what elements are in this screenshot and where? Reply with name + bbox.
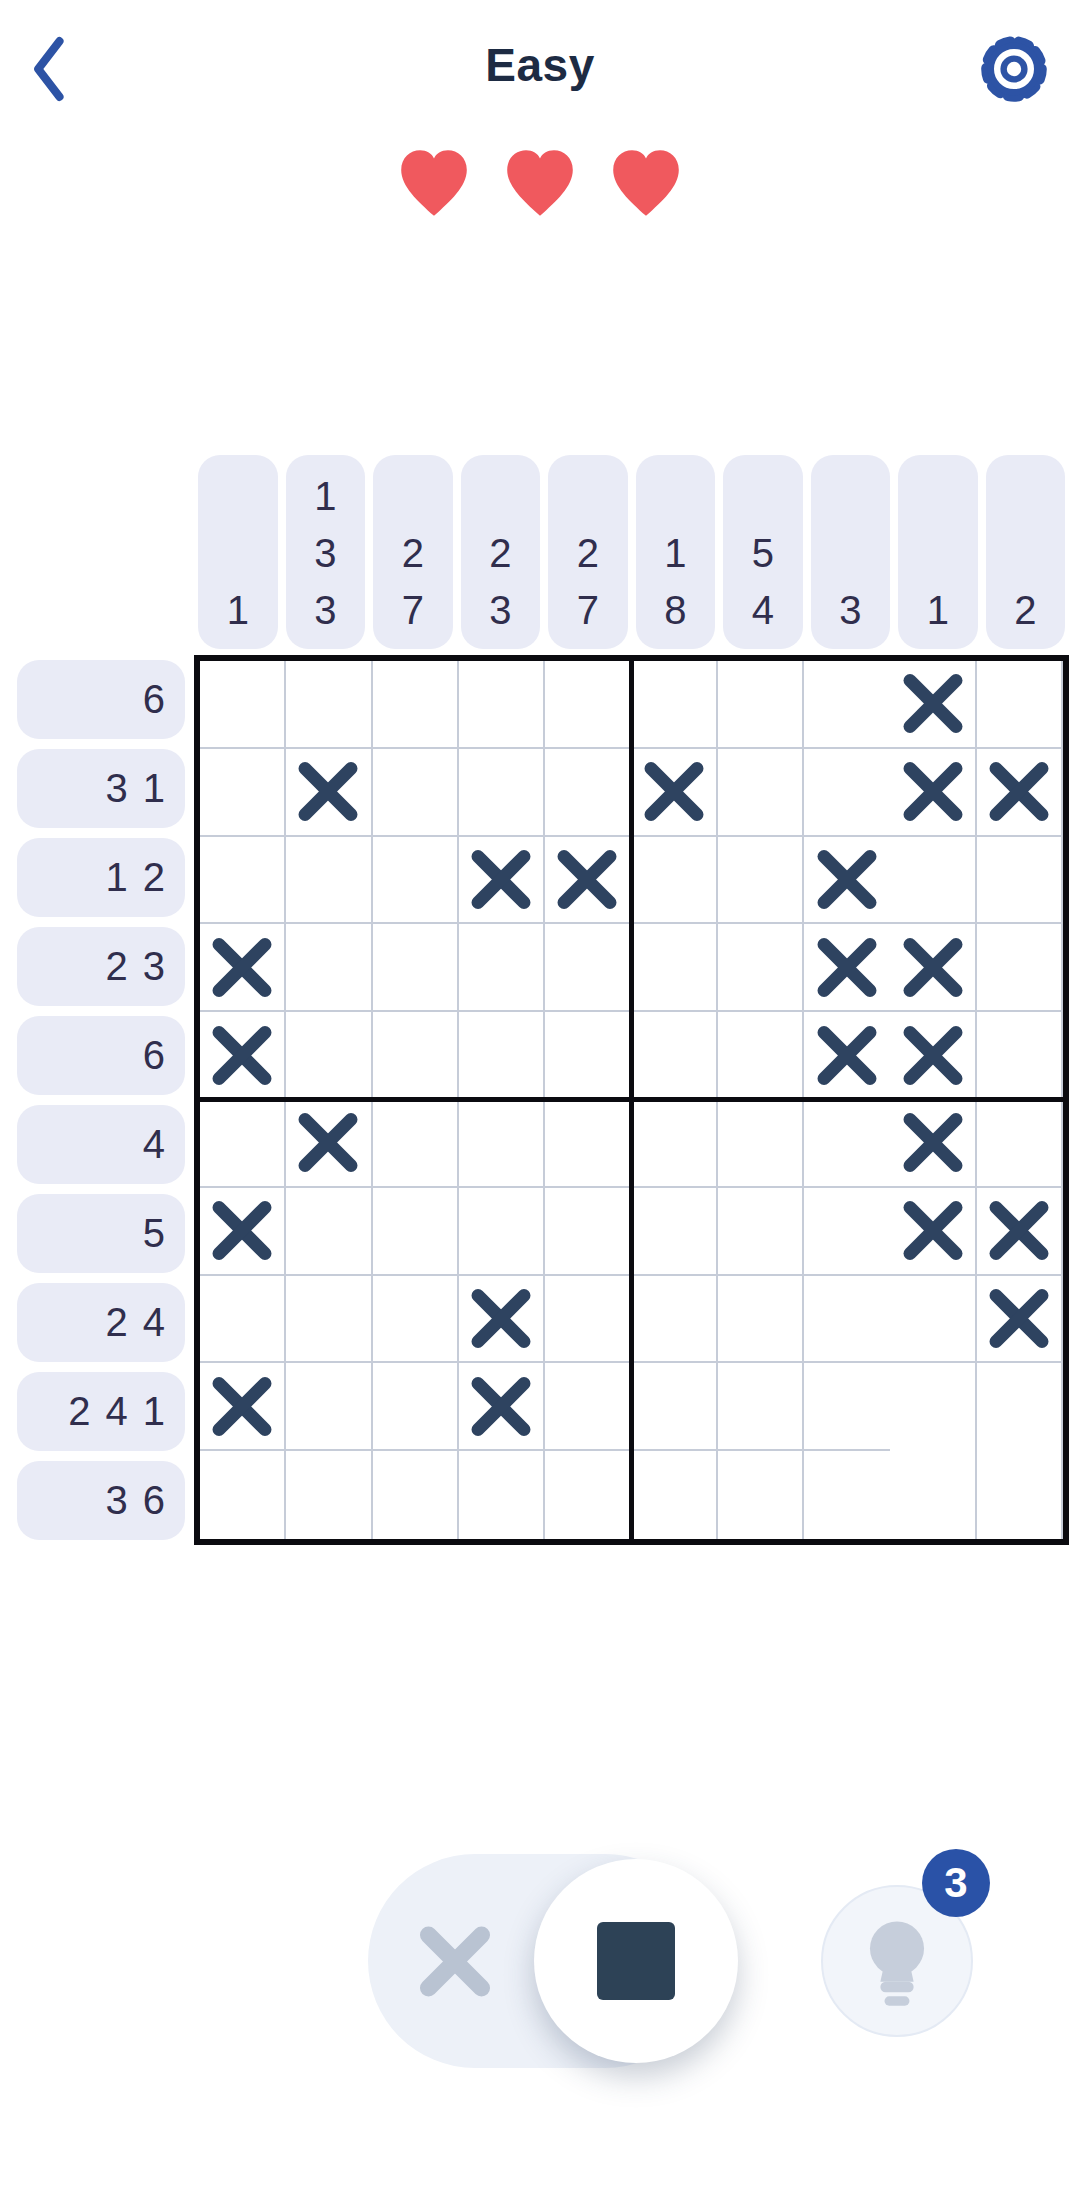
row-clue-9: 241 (17, 1372, 185, 1451)
x-mark-icon (212, 1025, 272, 1085)
cell-r6c3[interactable] (373, 1100, 459, 1188)
cell-r1c8[interactable] (804, 661, 890, 749)
cell-r9c8[interactable] (804, 1363, 890, 1451)
cell-r3c9[interactable] (890, 837, 976, 925)
row-clue-6: 4 (17, 1105, 185, 1184)
cell-r8c7[interactable] (718, 1276, 804, 1364)
cell-r3c4[interactable] (459, 837, 545, 925)
clue-number: 4 (143, 1300, 165, 1345)
clue-number: 6 (143, 677, 165, 722)
column-clue-5: 27 (548, 455, 628, 649)
cell-r3c10[interactable] (977, 837, 1063, 925)
cell-r10c9[interactable] (890, 1451, 976, 1539)
cell-r5c4[interactable] (459, 1012, 545, 1100)
cell-r9c6[interactable] (632, 1363, 718, 1451)
cell-r8c5[interactable] (545, 1276, 631, 1364)
row-clue-3: 12 (17, 838, 185, 917)
cell-r4c4[interactable] (459, 924, 545, 1012)
row-clue-2: 31 (17, 749, 185, 828)
cell-r10c2[interactable] (286, 1451, 372, 1539)
cell-r4c10[interactable] (977, 924, 1063, 1012)
cell-r7c4[interactable] (459, 1188, 545, 1276)
clue-number: 4 (752, 582, 774, 639)
cell-r6c9[interactable] (890, 1100, 976, 1188)
cell-r7c9[interactable] (890, 1188, 976, 1276)
cell-r5c6[interactable] (632, 1012, 718, 1100)
cell-r6c7[interactable] (718, 1100, 804, 1188)
row-clue-10: 36 (17, 1461, 185, 1540)
cell-r6c2[interactable] (286, 1100, 372, 1188)
clue-number: 3 (314, 582, 336, 639)
x-mark-icon (471, 1376, 531, 1436)
cell-r8c10[interactable] (977, 1276, 1063, 1364)
cell-r1c4[interactable] (459, 661, 545, 749)
clue-number: 2 (577, 525, 599, 582)
cell-r4c2[interactable] (286, 924, 372, 1012)
cell-r8c4[interactable] (459, 1276, 545, 1364)
cell-r1c3[interactable] (373, 661, 459, 749)
cell-r9c3[interactable] (373, 1363, 459, 1451)
x-mark-icon (644, 762, 704, 822)
clue-number: 1 (106, 855, 128, 900)
clue-number: 1 (314, 468, 336, 525)
clue-number: 4 (106, 1389, 128, 1434)
x-mark-icon (557, 849, 617, 909)
x-mark-icon (989, 1288, 1049, 1348)
x-mark-icon (903, 1201, 963, 1261)
column-clue-2: 133 (286, 455, 366, 649)
clue-number: 6 (143, 1033, 165, 1078)
cell-r1c9[interactable] (890, 661, 976, 749)
board-grid (194, 655, 1069, 1545)
heavy-horizontal-separator (200, 1097, 1063, 1102)
lives (0, 141, 1080, 225)
cell-r4c9[interactable] (890, 924, 976, 1012)
cell-r3c3[interactable] (373, 837, 459, 925)
mark-x-tool-button[interactable] (405, 1911, 505, 2011)
row-clue-1: 6 (17, 660, 185, 739)
gear-icon (974, 29, 1054, 109)
clue-number: 2 (106, 944, 128, 989)
cell-r9c10[interactable] (977, 1363, 1063, 1451)
clue-number: 3 (106, 766, 128, 811)
x-mark-icon (903, 674, 963, 734)
cell-r2c3[interactable] (373, 749, 459, 837)
cell-r4c1[interactable] (200, 924, 286, 1012)
heart-icon (605, 143, 687, 223)
cell-r5c8[interactable] (804, 1012, 890, 1100)
column-clue-1: 1 (198, 455, 278, 649)
column-clue-3: 27 (373, 455, 453, 649)
cell-r5c2[interactable] (286, 1012, 372, 1100)
cell-r1c6[interactable] (632, 661, 718, 749)
cell-r5c10[interactable] (977, 1012, 1063, 1100)
clue-number: 2 (68, 1389, 90, 1434)
cell-r8c6[interactable] (632, 1276, 718, 1364)
cell-r2c8[interactable] (804, 749, 890, 837)
x-mark-icon (817, 937, 877, 997)
cell-r10c7[interactable] (718, 1451, 804, 1539)
x-mark-icon (989, 762, 1049, 822)
cell-r9c9[interactable] (890, 1363, 976, 1451)
cell-r10c5[interactable] (545, 1451, 631, 1539)
fill-square-tool-button[interactable] (534, 1859, 738, 2063)
x-mark-icon (212, 1376, 272, 1436)
heart-icon (393, 143, 475, 223)
clue-number: 1 (927, 582, 949, 639)
settings-button[interactable] (971, 26, 1057, 112)
clue-number: 6 (143, 1478, 165, 1523)
x-mark-icon (471, 849, 531, 909)
cell-r9c7[interactable] (718, 1363, 804, 1451)
clue-number: 1 (227, 582, 249, 639)
clue-number: 2 (402, 525, 424, 582)
row-clue-4: 23 (17, 927, 185, 1006)
cell-r4c3[interactable] (373, 924, 459, 1012)
filled-square-icon (597, 1922, 675, 2000)
column-clues: 11332723271854312 (194, 455, 1069, 649)
clue-number: 3 (489, 582, 511, 639)
cell-r10c10[interactable] (977, 1451, 1063, 1539)
cell-r10c1[interactable] (200, 1451, 286, 1539)
row-clues: 63112236452424136 (17, 655, 185, 1545)
cell-r5c1[interactable] (200, 1012, 286, 1100)
column-clue-10: 2 (986, 455, 1066, 649)
hint-count-badge: 3 (922, 1849, 990, 1917)
cell-r9c1[interactable] (200, 1363, 286, 1451)
cell-r3c1[interactable] (200, 837, 286, 925)
cell-r7c7[interactable] (718, 1188, 804, 1276)
clue-number: 5 (752, 525, 774, 582)
cell-r2c9[interactable] (890, 749, 976, 837)
x-mark-icon (903, 1113, 963, 1173)
page-title: Easy (0, 38, 1080, 92)
cell-r8c1[interactable] (200, 1276, 286, 1364)
cell-r2c5[interactable] (545, 749, 631, 837)
column-clue-6: 18 (636, 455, 716, 649)
x-mark-icon (817, 1025, 877, 1085)
clue-number: 7 (577, 582, 599, 639)
cell-r3c8[interactable] (804, 837, 890, 925)
cell-r7c5[interactable] (545, 1188, 631, 1276)
cell-r4c8[interactable] (804, 924, 890, 1012)
cell-r10c8[interactable] (804, 1451, 890, 1539)
cell-r10c6[interactable] (632, 1451, 718, 1539)
cell-r8c3[interactable] (373, 1276, 459, 1364)
x-mark-icon (989, 1201, 1049, 1261)
x-mark-icon (471, 1288, 531, 1348)
cell-r1c1[interactable] (200, 661, 286, 749)
cell-r5c3[interactable] (373, 1012, 459, 1100)
cell-r2c2[interactable] (286, 749, 372, 837)
cell-r4c5[interactable] (545, 924, 631, 1012)
cell-r6c6[interactable] (632, 1100, 718, 1188)
cell-r1c5[interactable] (545, 661, 631, 749)
clue-number: 3 (106, 1478, 128, 1523)
x-mark-icon (903, 762, 963, 822)
column-clue-8: 3 (811, 455, 891, 649)
clue-number: 8 (664, 582, 686, 639)
cell-r7c1[interactable] (200, 1188, 286, 1276)
clue-number: 1 (143, 766, 165, 811)
lightbulb-icon (845, 1909, 949, 2013)
cell-r3c6[interactable] (632, 837, 718, 925)
cell-r5c9[interactable] (890, 1012, 976, 1100)
cell-r7c8[interactable] (804, 1188, 890, 1276)
clue-number: 3 (314, 525, 336, 582)
cell-r1c7[interactable] (718, 661, 804, 749)
x-mark-icon (298, 1113, 358, 1173)
clue-number: 4 (143, 1122, 165, 1167)
clue-number: 2 (489, 525, 511, 582)
cell-r7c6[interactable] (632, 1188, 718, 1276)
row-clue-5: 6 (17, 1016, 185, 1095)
cell-r3c2[interactable] (286, 837, 372, 925)
cell-r6c5[interactable] (545, 1100, 631, 1188)
cell-r2c7[interactable] (718, 749, 804, 837)
cell-r3c5[interactable] (545, 837, 631, 925)
x-mark-icon (212, 937, 272, 997)
cell-r1c2[interactable] (286, 661, 372, 749)
cell-r3c7[interactable] (718, 837, 804, 925)
cell-r6c1[interactable] (200, 1100, 286, 1188)
cell-r5c5[interactable] (545, 1012, 631, 1100)
clue-number: 3 (839, 582, 861, 639)
cell-r4c6[interactable] (632, 924, 718, 1012)
cell-r2c10[interactable] (977, 749, 1063, 837)
cell-r6c8[interactable] (804, 1100, 890, 1188)
cell-r7c3[interactable] (373, 1188, 459, 1276)
cell-r8c9[interactable] (890, 1276, 976, 1364)
clue-number: 2 (106, 1300, 128, 1345)
cell-r2c1[interactable] (200, 749, 286, 837)
cell-r2c6[interactable] (632, 749, 718, 837)
cell-r9c2[interactable] (286, 1363, 372, 1451)
clue-number: 2 (143, 855, 165, 900)
x-mark-icon (903, 1025, 963, 1085)
cell-r5c7[interactable] (718, 1012, 804, 1100)
cell-r8c2[interactable] (286, 1276, 372, 1364)
cell-r10c4[interactable] (459, 1451, 545, 1539)
row-clue-8: 24 (17, 1283, 185, 1362)
column-clue-4: 23 (461, 455, 541, 649)
x-mark-icon (298, 762, 358, 822)
clue-number: 3 (143, 944, 165, 989)
cell-r4c7[interactable] (718, 924, 804, 1012)
x-mark-icon (903, 937, 963, 997)
clue-number: 1 (664, 525, 686, 582)
clue-number: 7 (402, 582, 424, 639)
heart-icon (499, 143, 581, 223)
cell-r7c2[interactable] (286, 1188, 372, 1276)
clue-number: 2 (1014, 582, 1036, 639)
cell-r1c10[interactable] (977, 661, 1063, 749)
cell-r7c10[interactable] (977, 1188, 1063, 1276)
x-mark-icon (212, 1201, 272, 1261)
clue-number: 5 (143, 1211, 165, 1256)
row-clue-7: 5 (17, 1194, 185, 1273)
column-clue-7: 54 (723, 455, 803, 649)
cell-r2c4[interactable] (459, 749, 545, 837)
x-mark-icon (817, 849, 877, 909)
cell-r9c4[interactable] (459, 1363, 545, 1451)
cell-r10c3[interactable] (373, 1451, 459, 1539)
cell-r6c10[interactable] (977, 1100, 1063, 1188)
column-clue-9: 1 (898, 455, 978, 649)
cell-r9c5[interactable] (545, 1363, 631, 1451)
cell-r8c8[interactable] (804, 1276, 890, 1364)
cell-r6c4[interactable] (459, 1100, 545, 1188)
clue-number: 1 (143, 1389, 165, 1434)
